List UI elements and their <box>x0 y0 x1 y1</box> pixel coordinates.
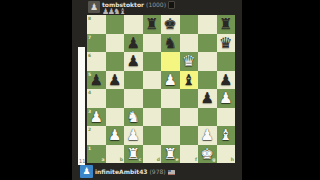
avatar-piece-icon: ♟ <box>90 1 98 13</box>
square-b5[interactable]: ♟ <box>106 71 125 90</box>
square-d4[interactable] <box>143 89 162 108</box>
square-f4[interactable] <box>180 89 199 108</box>
piece-white-knight[interactable]: ♞ <box>124 108 143 127</box>
player-bar: ♟ infiniteAmbit43 (978) <box>78 163 236 180</box>
piece-black-pawn[interactable]: ♟ <box>198 89 217 108</box>
square-b7[interactable] <box>106 34 125 53</box>
square-e2[interactable] <box>161 126 180 145</box>
move-list-panel-edge: 11 <box>78 47 85 165</box>
square-f1[interactable]: f <box>180 145 199 164</box>
square-b4[interactable] <box>106 89 125 108</box>
file-label-b: b <box>120 157 123 162</box>
square-c7[interactable]: ♟ <box>124 34 143 53</box>
square-g8[interactable] <box>198 15 217 34</box>
square-d2[interactable] <box>143 126 162 145</box>
piece-white-king[interactable]: ♚ <box>198 145 217 164</box>
opponent-bar: ♟ tombstoktor (1000) ♟♟♞♝ <box>78 0 236 15</box>
piece-black-pawn[interactable]: ♟ <box>124 52 143 71</box>
square-g7[interactable] <box>198 34 217 53</box>
square-c1[interactable]: c♜ <box>124 145 143 164</box>
square-g5[interactable] <box>198 71 217 90</box>
square-f7[interactable] <box>180 34 199 53</box>
player-username[interactable]: infiniteAmbit43 <box>95 169 148 175</box>
piece-black-rook[interactable]: ♜ <box>143 15 162 34</box>
square-a5[interactable]: 5♟ <box>87 71 106 90</box>
square-g2[interactable]: ♟ <box>198 126 217 145</box>
square-g1[interactable]: g♚ <box>198 145 217 164</box>
square-e7[interactable]: ♞ <box>161 34 180 53</box>
piece-white-bishop[interactable]: ♝ <box>217 126 236 145</box>
square-a6[interactable]: 6 <box>87 52 106 71</box>
square-h2[interactable]: ♝ <box>217 126 236 145</box>
square-f3[interactable] <box>180 108 199 127</box>
square-c6[interactable]: ♟ <box>124 52 143 71</box>
file-label-f: f <box>195 157 197 162</box>
square-a7[interactable]: 7 <box>87 34 106 53</box>
square-a4[interactable]: 4 <box>87 89 106 108</box>
square-h7[interactable]: ♛ <box>217 34 236 53</box>
square-h8[interactable]: ♜ <box>217 15 236 34</box>
square-c2[interactable]: ♟ <box>124 126 143 145</box>
square-d5[interactable] <box>143 71 162 90</box>
square-h5[interactable]: ♟ <box>217 71 236 90</box>
square-c3[interactable]: ♞ <box>124 108 143 127</box>
square-e6[interactable] <box>161 52 180 71</box>
square-c5[interactable] <box>124 71 143 90</box>
square-d3[interactable] <box>143 108 162 127</box>
square-b3[interactable] <box>106 108 125 127</box>
square-d6[interactable] <box>143 52 162 71</box>
square-e3[interactable] <box>161 108 180 127</box>
piece-black-pawn[interactable]: ♟ <box>106 71 125 90</box>
square-f2[interactable] <box>180 126 199 145</box>
square-a8[interactable]: 8 <box>87 15 106 34</box>
piece-white-queen[interactable]: ♛ <box>180 52 199 71</box>
piece-black-king[interactable]: ♚ <box>161 15 180 34</box>
square-a2[interactable]: 2 <box>87 126 106 145</box>
square-f5[interactable]: ♝ <box>180 71 199 90</box>
piece-black-rook[interactable]: ♜ <box>217 15 236 34</box>
square-e5[interactable]: ♟ <box>161 71 180 90</box>
piece-white-pawn[interactable]: ♟ <box>217 89 236 108</box>
piece-white-pawn[interactable]: ♟ <box>87 108 106 127</box>
square-e8[interactable]: ♚ <box>161 15 180 34</box>
piece-black-queen[interactable]: ♛ <box>217 34 236 53</box>
chess-app-viewport: ♟ tombstoktor (1000) ♟♟♞♝ 11 8♜♚♜7♟♞♛6♟♛… <box>72 0 242 180</box>
square-e1[interactable]: e♜ <box>161 145 180 164</box>
square-g4[interactable]: ♟ <box>198 89 217 108</box>
square-b2[interactable]: ♟ <box>106 126 125 145</box>
square-h1[interactable]: h <box>217 145 236 164</box>
opponent-rating: (1000) <box>146 2 166 8</box>
video-frame: ♟ tombstoktor (1000) ♟♟♞♝ 11 8♜♚♜7♟♞♛6♟♛… <box>0 0 320 180</box>
rank-label-8: 8 <box>88 16 91 21</box>
captured-white-bishop-icon: ♝ <box>119 8 125 15</box>
square-h6[interactable] <box>217 52 236 71</box>
square-a3[interactable]: 3♟ <box>87 108 106 127</box>
rank-label-6: 6 <box>88 53 91 58</box>
file-label-d: d <box>157 157 160 162</box>
captured-pieces-tray: ♟♟♞♝ <box>102 8 175 15</box>
avatar-piece-icon: ♟ <box>82 165 90 178</box>
square-b1[interactable]: b <box>106 145 125 164</box>
piece-black-pawn[interactable]: ♟ <box>217 71 236 90</box>
square-d7[interactable] <box>143 34 162 53</box>
opponent-avatar[interactable]: ♟ <box>88 1 100 13</box>
square-a1[interactable]: 1a <box>87 145 106 164</box>
square-d8[interactable]: ♜ <box>143 15 162 34</box>
viewport-right-margin <box>236 0 242 180</box>
player-avatar[interactable]: ♟ <box>80 165 93 178</box>
square-c4[interactable] <box>124 89 143 108</box>
piece-white-rook[interactable]: ♜ <box>124 145 143 164</box>
square-f6[interactable]: ♛ <box>180 52 199 71</box>
square-b8[interactable] <box>106 15 125 34</box>
player-rating: (978) <box>150 169 166 175</box>
piece-white-rook[interactable]: ♜ <box>161 145 180 164</box>
square-f8[interactable] <box>180 15 199 34</box>
piece-white-pawn[interactable]: ♟ <box>198 126 217 145</box>
square-b6[interactable] <box>106 52 125 71</box>
piece-black-pawn[interactable]: ♟ <box>87 71 106 90</box>
piece-black-knight[interactable]: ♞ <box>161 34 180 53</box>
rank-label-2: 2 <box>88 127 91 132</box>
square-e4[interactable] <box>161 89 180 108</box>
square-d1[interactable]: d <box>143 145 162 164</box>
square-g3[interactable] <box>198 108 217 127</box>
file-label-h: h <box>231 157 234 162</box>
chess-board: 8♜♚♜7♟♞♛6♟♛5♟♟♟♝♟4♟♟3♟♞2♟♟♟♝1abc♜de♜fg♚h <box>87 15 235 163</box>
country-flag-icon <box>168 170 175 175</box>
square-c8[interactable] <box>124 15 143 34</box>
piece-white-pawn[interactable]: ♟ <box>124 126 143 145</box>
piece-black-pawn[interactable]: ♟ <box>124 34 143 53</box>
file-label-a: a <box>101 157 104 162</box>
rank-label-4: 4 <box>88 90 91 95</box>
square-h3[interactable] <box>217 108 236 127</box>
rank-label-1: 1 <box>88 146 91 151</box>
rank-label-7: 7 <box>88 35 91 40</box>
square-h4[interactable]: ♟ <box>217 89 236 108</box>
piece-black-bishop[interactable]: ♝ <box>180 71 199 90</box>
piece-white-pawn[interactable]: ♟ <box>106 126 125 145</box>
square-g6[interactable] <box>198 52 217 71</box>
piece-white-pawn[interactable]: ♟ <box>161 71 180 90</box>
